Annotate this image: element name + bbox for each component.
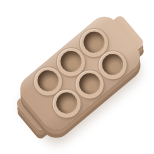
pit-floor	[64, 56, 81, 73]
pit-cavity	[52, 89, 82, 119]
pit-cavity	[75, 69, 105, 99]
pit-floor	[106, 59, 123, 76]
pit-cavity	[98, 50, 128, 80]
pit-floor	[83, 78, 100, 95]
pit-floor	[60, 97, 77, 114]
pit-floor	[41, 75, 58, 92]
photo-canvas	[0, 0, 154, 154]
muffin-tray	[14, 11, 146, 136]
pit-floor	[87, 36, 104, 53]
